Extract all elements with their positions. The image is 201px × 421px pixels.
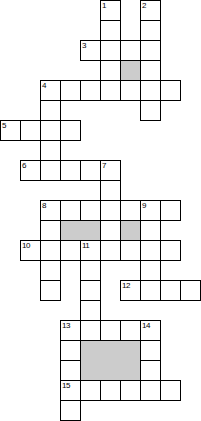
cell-r19c7[interactable] — [140, 380, 161, 401]
cell-r14c8[interactable] — [160, 280, 181, 301]
cell-r3c5[interactable] — [100, 60, 121, 81]
cell-r11c5[interactable] — [100, 220, 121, 241]
cell-r9c5[interactable] — [100, 180, 121, 201]
cell-r10c4[interactable] — [80, 200, 101, 221]
cell-r12c5[interactable] — [100, 240, 121, 261]
cell-r8c1[interactable] — [20, 160, 41, 181]
cell-r14c7[interactable] — [140, 280, 161, 301]
cell-r19c6[interactable] — [120, 380, 141, 401]
cell-r16c7[interactable] — [140, 320, 161, 341]
cell-r20c3[interactable] — [60, 400, 81, 421]
cell-r10c7[interactable] — [140, 200, 161, 221]
cell-r2c7[interactable] — [140, 40, 161, 61]
cell-r14c6[interactable] — [120, 280, 141, 301]
cell-r4c5[interactable] — [100, 80, 121, 101]
cell-r5c7[interactable] — [140, 100, 161, 121]
cell-r13c2[interactable] — [40, 260, 61, 281]
cell-r12c3[interactable] — [60, 240, 81, 261]
cell-r4c6[interactable] — [120, 80, 141, 101]
cell-r16c5[interactable] — [100, 320, 121, 341]
cell-r4c2[interactable] — [40, 80, 61, 101]
cell-r8c5[interactable] — [100, 160, 121, 181]
cell-r0c7[interactable] — [140, 0, 161, 21]
cell-r2c6[interactable] — [120, 40, 141, 61]
cell-r12c4[interactable] — [80, 240, 101, 261]
cell-r12c2[interactable] — [40, 240, 61, 261]
cell-r8c4[interactable] — [80, 160, 101, 181]
cell-r3c7[interactable] — [140, 60, 161, 81]
cell-r12c8[interactable] — [160, 240, 181, 261]
cell-r6c1[interactable] — [20, 120, 41, 141]
cell-r8c3[interactable] — [60, 160, 81, 181]
cell-r4c3[interactable] — [60, 80, 81, 101]
cell-r19c3[interactable] — [60, 380, 81, 401]
cell-r1c5[interactable] — [100, 20, 121, 41]
cell-r13c7[interactable] — [140, 260, 161, 281]
cell-r16c4[interactable] — [80, 320, 101, 341]
cell-r16c6[interactable] — [120, 320, 141, 341]
cell-r4c4[interactable] — [80, 80, 101, 101]
cell-r11c7[interactable] — [140, 220, 161, 241]
cell-r6c2[interactable] — [40, 120, 61, 141]
cell-r19c5[interactable] — [100, 380, 121, 401]
cell-r19c8[interactable] — [160, 380, 181, 401]
cell-r4c7[interactable] — [140, 80, 161, 101]
cell-r11c2[interactable] — [40, 220, 61, 241]
cell-r12c6[interactable] — [120, 240, 141, 261]
cell-r17c7[interactable] — [140, 340, 161, 361]
cell-r8c2[interactable] — [40, 160, 61, 181]
cell-r12c1[interactable] — [20, 240, 41, 261]
cell-r15c4[interactable] — [80, 300, 101, 321]
cell-r19c4[interactable] — [80, 380, 101, 401]
cell-r18c7[interactable] — [140, 360, 161, 381]
cell-r10c2[interactable] — [40, 200, 61, 221]
cell-r4c8[interactable] — [160, 80, 181, 101]
shaded-region-2[interactable] — [120, 220, 141, 241]
cell-r2c5[interactable] — [100, 40, 121, 61]
cell-r14c9[interactable] — [180, 280, 201, 301]
cell-r12c7[interactable] — [140, 240, 161, 261]
cell-r10c5[interactable] — [100, 200, 121, 221]
cell-r16c3[interactable] — [60, 320, 81, 341]
shaded-region-1[interactable] — [60, 220, 101, 241]
cell-r10c3[interactable] — [60, 200, 81, 221]
cell-r6c0[interactable] — [0, 120, 21, 141]
cell-r14c4[interactable] — [80, 280, 101, 301]
cell-r5c2[interactable] — [40, 100, 61, 121]
cell-r10c6[interactable] — [120, 200, 141, 221]
cell-r1c7[interactable] — [140, 20, 161, 41]
cell-r7c2[interactable] — [40, 140, 61, 161]
shaded-region-3[interactable] — [80, 340, 141, 381]
shaded-region-0[interactable] — [120, 60, 141, 81]
cell-r6c3[interactable] — [60, 120, 81, 141]
cell-r0c5[interactable] — [100, 0, 121, 21]
cell-r17c3[interactable] — [60, 340, 81, 361]
cell-r2c4[interactable] — [80, 40, 101, 61]
cell-r14c2[interactable] — [40, 280, 61, 301]
cell-r18c3[interactable] — [60, 360, 81, 381]
crossword-grid: 123456789101112131415 — [0, 0, 201, 421]
cell-r10c8[interactable] — [160, 200, 181, 221]
cell-r13c4[interactable] — [80, 260, 101, 281]
